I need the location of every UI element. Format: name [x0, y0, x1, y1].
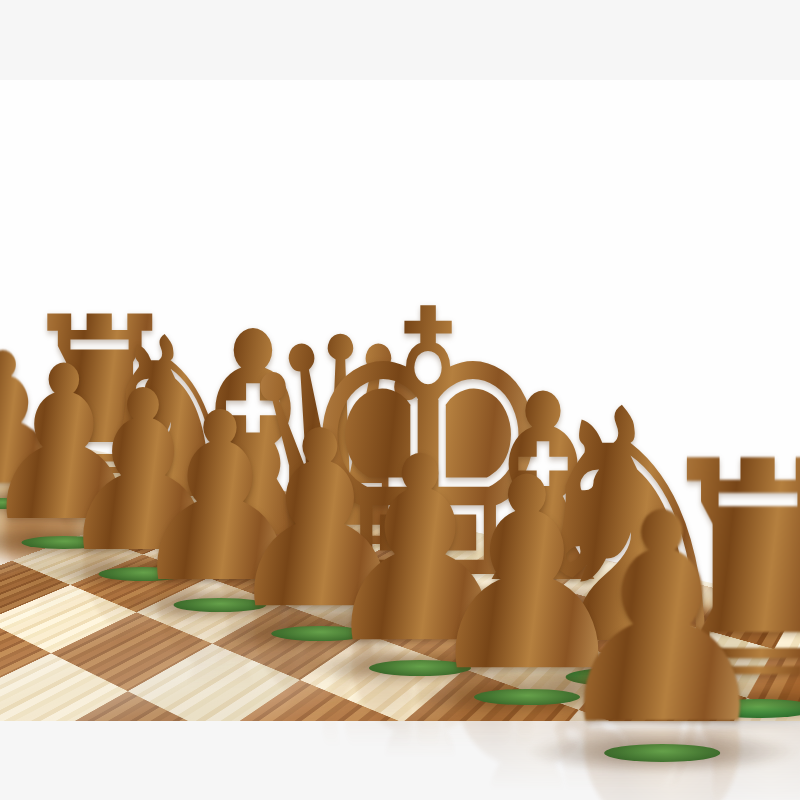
background-bottom-band [0, 721, 800, 800]
background-top-band [0, 0, 800, 80]
chess-board [0, 0, 800, 800]
chess-set-product-photo: ♜♜♞♞♝♝♛♛♚♚♝♝♞♞♜♜♟♟♟♟♟♟♟♟♟♟♟♟♟♟♟♟ [0, 0, 800, 800]
